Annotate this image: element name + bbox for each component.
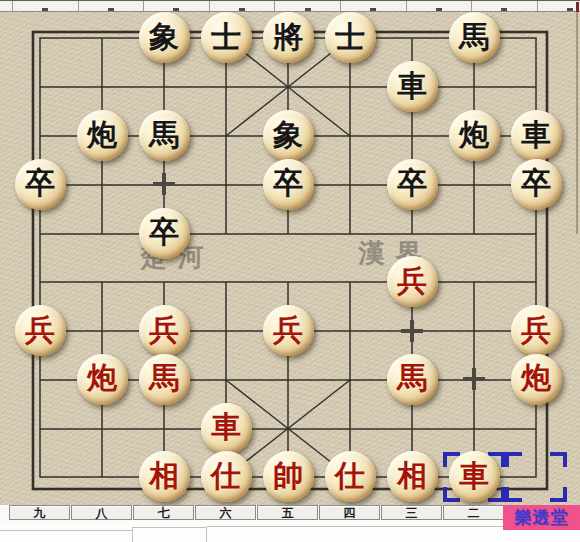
file-label-8: 八	[71, 505, 132, 520]
spreadsheet-row-bottom	[0, 522, 580, 542]
piece-glyph: 兵	[25, 315, 55, 345]
piece-red-馬[interactable]: 馬	[139, 354, 190, 405]
piece-black-士[interactable]: 士	[201, 12, 252, 63]
file-label-3: 三	[381, 505, 442, 520]
watermark-badge: 樂透堂	[503, 505, 580, 530]
spreadsheet-cell	[341, 1, 407, 11]
piece-black-卒[interactable]: 卒	[15, 159, 66, 210]
piece-glyph: 炮	[87, 363, 117, 393]
spreadsheet-cell	[144, 1, 210, 11]
piece-black-卒[interactable]: 卒	[511, 159, 562, 210]
file-label-2: 二	[443, 505, 504, 520]
piece-red-兵[interactable]: 兵	[263, 305, 314, 356]
piece-red-兵[interactable]: 兵	[511, 305, 562, 356]
piece-black-炮[interactable]: 炮	[449, 110, 500, 161]
piece-glyph: 車	[521, 120, 551, 150]
piece-glyph: 仕	[211, 461, 241, 491]
piece-glyph: 將	[273, 22, 303, 52]
piece-red-相[interactable]: 相	[139, 451, 190, 502]
piece-black-卒[interactable]: 卒	[263, 159, 314, 210]
piece-glyph: 卒	[273, 168, 303, 198]
spreadsheet-cell	[79, 1, 145, 11]
piece-glyph: 炮	[459, 120, 489, 150]
piece-black-卒[interactable]: 卒	[139, 208, 190, 259]
piece-glyph: 馬	[149, 120, 179, 150]
piece-red-仕[interactable]: 仕	[325, 451, 376, 502]
piece-black-將[interactable]: 將	[263, 12, 314, 63]
piece-red-炮[interactable]: 炮	[77, 354, 128, 405]
piece-red-炮[interactable]: 炮	[511, 354, 562, 405]
piece-glyph: 象	[149, 22, 179, 52]
cell-border-segment	[0, 530, 132, 531]
piece-glyph: 馬	[459, 22, 489, 52]
piece-glyph: 士	[211, 22, 241, 52]
piece-black-馬[interactable]: 馬	[139, 110, 190, 161]
piece-glyph: 車	[397, 71, 427, 101]
piece-red-相[interactable]: 相	[387, 451, 438, 502]
piece-black-士[interactable]: 士	[325, 12, 376, 63]
file-label-9: 九	[9, 505, 70, 520]
piece-glyph: 仕	[335, 461, 365, 491]
piece-glyph: 相	[397, 461, 427, 491]
piece-glyph: 士	[335, 22, 365, 52]
piece-black-象[interactable]: 象	[263, 110, 314, 161]
piece-glyph: 卒	[149, 217, 179, 247]
piece-black-卒[interactable]: 卒	[387, 159, 438, 210]
piece-glyph: 兵	[273, 315, 303, 345]
piece-glyph: 炮	[87, 120, 117, 150]
xiangqi-board[interactable]: 楚河 漢界 象士將士馬車炮馬象炮車卒卒卒卒卒兵兵兵兵兵炮馬馬炮車相仕帥仕相車	[0, 12, 580, 505]
file-label-6: 六	[195, 505, 256, 520]
piece-red-仕[interactable]: 仕	[201, 451, 252, 502]
piece-glyph: 馬	[149, 363, 179, 393]
file-label-row: 九 八 七 六 五 四 三 二	[0, 505, 580, 522]
piece-glyph: 帥	[273, 461, 303, 491]
piece-glyph: 兵	[521, 315, 551, 345]
piece-black-馬[interactable]: 馬	[449, 12, 500, 63]
piece-red-兵[interactable]: 兵	[387, 256, 438, 307]
piece-glyph: 炮	[521, 363, 551, 393]
spreadsheet-cell	[275, 1, 341, 11]
file-label-5: 五	[257, 505, 318, 520]
vacant-point-cross-marker	[401, 320, 423, 342]
piece-glyph: 兵	[397, 266, 427, 296]
piece-glyph: 相	[149, 461, 179, 491]
last-move-selection-marker	[505, 452, 567, 502]
piece-glyph: 兵	[149, 315, 179, 345]
piece-glyph: 象	[273, 120, 303, 150]
piece-red-帥[interactable]: 帥	[263, 451, 314, 502]
spreadsheet-cell	[407, 1, 473, 11]
piece-black-車[interactable]: 車	[511, 110, 562, 161]
piece-red-兵[interactable]: 兵	[15, 305, 66, 356]
spreadsheet-corner-cell	[0, 1, 13, 11]
spreadsheet-cell	[538, 1, 580, 11]
cell-border-segment	[132, 527, 207, 542]
piece-glyph: 車	[211, 412, 241, 442]
piece-glyph: 卒	[25, 168, 55, 198]
piece-red-兵[interactable]: 兵	[139, 305, 190, 356]
spreadsheet-cell	[210, 1, 276, 11]
file-label-7: 七	[133, 505, 194, 520]
xiangqi-app-screen: 楚河 漢界 象士將士馬車炮馬象炮車卒卒卒卒卒兵兵兵兵兵炮馬馬炮車相仕帥仕相車 九…	[0, 0, 580, 542]
spreadsheet-cell	[472, 1, 538, 11]
piece-glyph: 卒	[397, 168, 427, 198]
window-edge-mark	[576, 2, 579, 12]
board-grid: 象士將士馬車炮馬象炮車卒卒卒卒卒兵兵兵兵兵炮馬馬炮車相仕帥仕相車	[9, 14, 567, 502]
file-label-4: 四	[319, 505, 380, 520]
spreadsheet-row-top	[0, 0, 580, 12]
piece-black-車[interactable]: 車	[387, 61, 438, 112]
piece-red-馬[interactable]: 馬	[387, 354, 438, 405]
vacant-point-cross-marker	[153, 173, 175, 195]
piece-glyph: 卒	[521, 168, 551, 198]
piece-glyph: 馬	[397, 363, 427, 393]
piece-black-象[interactable]: 象	[139, 12, 190, 63]
piece-glyph: 車	[459, 461, 489, 491]
piece-red-車[interactable]: 車	[449, 451, 500, 502]
piece-red-車[interactable]: 車	[201, 403, 252, 454]
spreadsheet-cell	[13, 1, 79, 11]
vacant-point-cross-marker	[463, 368, 485, 390]
piece-black-炮[interactable]: 炮	[77, 110, 128, 161]
